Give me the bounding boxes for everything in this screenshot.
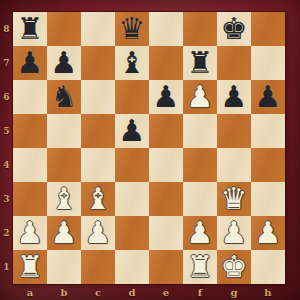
piece-white-pawn[interactable]: ♟ [221,216,248,250]
square-d6[interactable] [115,80,149,114]
square-e1[interactable] [149,250,183,284]
file-label-h: h [251,284,285,300]
square-a3[interactable] [13,182,47,216]
square-g3[interactable]: ♛ [217,182,251,216]
square-g6[interactable]: ♟ [217,80,251,114]
piece-white-rook[interactable]: ♜ [187,250,214,284]
square-c1[interactable] [81,250,115,284]
square-d5[interactable]: ♟ [115,114,149,148]
square-f3[interactable] [183,182,217,216]
piece-white-bishop[interactable]: ♝ [85,182,112,216]
square-h4[interactable] [251,148,285,182]
square-h7[interactable] [251,46,285,80]
rank-label-4: 4 [0,148,13,182]
square-g5[interactable] [217,114,251,148]
square-b5[interactable] [47,114,81,148]
piece-black-pawn[interactable]: ♟ [221,80,248,114]
piece-black-pawn[interactable]: ♟ [255,80,282,114]
square-e4[interactable] [149,148,183,182]
piece-white-pawn[interactable]: ♟ [51,216,78,250]
piece-white-pawn[interactable]: ♟ [255,216,282,250]
file-label-a: a [13,284,47,300]
square-a2[interactable]: ♟ [13,216,47,250]
square-g8[interactable]: ♚ [217,12,251,46]
square-f5[interactable] [183,114,217,148]
piece-black-rook[interactable]: ♜ [17,12,44,46]
square-e8[interactable] [149,12,183,46]
square-d3[interactable] [115,182,149,216]
file-label-g: g [217,284,251,300]
piece-white-pawn[interactable]: ♟ [187,216,214,250]
square-f4[interactable] [183,148,217,182]
square-b2[interactable]: ♟ [47,216,81,250]
square-d8[interactable]: ♛ [115,12,149,46]
rank-label-2: 2 [0,216,13,250]
piece-black-bishop[interactable]: ♝ [119,46,146,80]
file-label-f: f [183,284,217,300]
square-e5[interactable] [149,114,183,148]
square-e6[interactable]: ♟ [149,80,183,114]
square-c4[interactable] [81,148,115,182]
square-c6[interactable] [81,80,115,114]
piece-white-pawn[interactable]: ♟ [187,80,214,114]
piece-white-bishop[interactable]: ♝ [51,182,78,216]
square-h3[interactable] [251,182,285,216]
piece-white-queen[interactable]: ♛ [221,182,248,216]
piece-black-queen[interactable]: ♛ [119,12,146,46]
piece-white-pawn[interactable]: ♟ [17,216,44,250]
square-a4[interactable] [13,148,47,182]
chess-board: ♜♛♚♟♟♝♜♞♟♟♟♟♟♝♝♛♟♟♟♟♟♟♜♜♚ [13,12,285,284]
file-label-e: e [149,284,183,300]
square-d2[interactable] [115,216,149,250]
square-f6[interactable]: ♟ [183,80,217,114]
rank-label-5: 5 [0,114,13,148]
square-e3[interactable] [149,182,183,216]
square-d4[interactable] [115,148,149,182]
square-f8[interactable] [183,12,217,46]
square-c7[interactable] [81,46,115,80]
square-d7[interactable]: ♝ [115,46,149,80]
square-f7[interactable]: ♜ [183,46,217,80]
piece-black-pawn[interactable]: ♟ [119,114,146,148]
piece-black-pawn[interactable]: ♟ [51,46,78,80]
square-b1[interactable] [47,250,81,284]
square-g4[interactable] [217,148,251,182]
square-h6[interactable]: ♟ [251,80,285,114]
square-g2[interactable]: ♟ [217,216,251,250]
file-label-b: b [47,284,81,300]
square-c2[interactable]: ♟ [81,216,115,250]
square-h8[interactable] [251,12,285,46]
square-a6[interactable] [13,80,47,114]
piece-black-knight[interactable]: ♞ [51,80,78,114]
square-b8[interactable] [47,12,81,46]
square-a5[interactable] [13,114,47,148]
piece-white-king[interactable]: ♚ [221,250,248,284]
piece-white-pawn[interactable]: ♟ [85,216,112,250]
square-a8[interactable]: ♜ [13,12,47,46]
chess-board-frame: ♜♛♚♟♟♝♜♞♟♟♟♟♟♝♝♛♟♟♟♟♟♟♜♜♚ 87654321abcdef… [0,0,300,300]
square-e2[interactable] [149,216,183,250]
piece-black-pawn[interactable]: ♟ [17,46,44,80]
square-b7[interactable]: ♟ [47,46,81,80]
square-d1[interactable] [115,250,149,284]
piece-black-king[interactable]: ♚ [221,12,248,46]
rank-label-3: 3 [0,182,13,216]
square-c8[interactable] [81,12,115,46]
square-h2[interactable]: ♟ [251,216,285,250]
square-h5[interactable] [251,114,285,148]
piece-white-rook[interactable]: ♜ [17,250,44,284]
square-b4[interactable] [47,148,81,182]
file-label-d: d [115,284,149,300]
square-c3[interactable]: ♝ [81,182,115,216]
rank-label-6: 6 [0,80,13,114]
file-label-c: c [81,284,115,300]
square-g1[interactable]: ♚ [217,250,251,284]
square-a1[interactable]: ♜ [13,250,47,284]
square-c5[interactable] [81,114,115,148]
square-a7[interactable]: ♟ [13,46,47,80]
rank-label-7: 7 [0,46,13,80]
piece-black-pawn[interactable]: ♟ [153,80,180,114]
square-b6[interactable]: ♞ [47,80,81,114]
rank-label-1: 1 [0,250,13,284]
square-f1[interactable]: ♜ [183,250,217,284]
square-f2[interactable]: ♟ [183,216,217,250]
piece-black-rook[interactable]: ♜ [187,46,214,80]
square-e7[interactable] [149,46,183,80]
rank-label-8: 8 [0,12,13,46]
square-g7[interactable] [217,46,251,80]
square-h1[interactable] [251,250,285,284]
square-b3[interactable]: ♝ [47,182,81,216]
